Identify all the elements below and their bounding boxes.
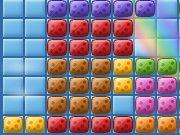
pink-gummy-block <box>135 77 155 94</box>
brown-gummy-block <box>91 77 111 94</box>
brown-gummy-block <box>47 96 67 113</box>
board-cell-r5c6[interactable] <box>134 95 156 114</box>
brown-gummy-block <box>47 77 67 94</box>
purple-gummy-block <box>135 0 155 17</box>
board-cell-r4c2[interactable] <box>46 76 68 95</box>
board-cell-r2c5[interactable] <box>112 38 134 57</box>
purple-gummy-block <box>91 0 111 17</box>
yellow-gummy-block <box>3 116 23 133</box>
board-cell-r2c0[interactable] <box>2 38 24 57</box>
board-cell-r6c8[interactable] <box>178 115 180 134</box>
red-gummy-block <box>91 116 111 133</box>
board-cell-r1c5[interactable] <box>112 18 134 37</box>
board-cell-r3c6[interactable] <box>134 57 156 76</box>
green-gummy-block <box>157 58 177 75</box>
board-cell-r6c1[interactable] <box>24 115 46 134</box>
board-cell-r6c6[interactable] <box>134 115 156 134</box>
board-cell-r3c4[interactable] <box>90 57 112 76</box>
board-cell-r0c6[interactable] <box>134 0 156 18</box>
red-gummy-block <box>113 19 133 36</box>
board-cell-r4c5[interactable] <box>112 76 134 95</box>
game-screen <box>0 0 180 135</box>
pink-gummy-block <box>157 77 177 94</box>
board-cell-r5c4[interactable] <box>90 95 112 114</box>
board-cell-r3c2[interactable] <box>46 57 68 76</box>
purple-gummy-block <box>69 0 89 17</box>
board-cell-r0c1[interactable] <box>24 0 46 18</box>
red-gummy-block <box>69 19 89 36</box>
board-cell-r1c3[interactable] <box>68 18 90 37</box>
purple-gummy-block <box>47 0 67 17</box>
board-cell-r2c1[interactable] <box>24 38 46 57</box>
board-cell-r6c7[interactable] <box>156 115 178 134</box>
brown-gummy-block <box>91 58 111 75</box>
board-cell-r3c5[interactable] <box>112 57 134 76</box>
board-cell-r5c2[interactable] <box>46 95 68 114</box>
orange-gummy-block <box>135 116 155 133</box>
board-cell-r6c2[interactable] <box>46 115 68 134</box>
brown-gummy-block <box>91 96 111 113</box>
pink-gummy-block <box>157 96 177 113</box>
green-gummy-block <box>179 58 180 75</box>
green-gummy-block <box>179 96 180 113</box>
purple-gummy-block <box>113 0 133 17</box>
red-gummy-block <box>69 39 89 56</box>
yellow-gummy-block <box>113 58 133 75</box>
board-cell-r0c5[interactable] <box>112 0 134 18</box>
board-cell-r1c1[interactable] <box>24 18 46 37</box>
board-cell-r5c3[interactable] <box>68 95 90 114</box>
pink-gummy-block <box>135 96 155 113</box>
board-cell-r4c7[interactable] <box>156 76 178 95</box>
board-cell-r0c4[interactable] <box>90 0 112 18</box>
cloud-decoration <box>0 86 44 102</box>
board-cell-r0c3[interactable] <box>68 0 90 18</box>
board-cell-r6c4[interactable] <box>90 115 112 134</box>
red-gummy-block <box>47 39 67 56</box>
brown-gummy-block <box>69 77 89 94</box>
red-gummy-block <box>113 116 133 133</box>
red-gummy-block <box>47 19 67 36</box>
red-gummy-block <box>113 39 133 56</box>
board-cell-r1c2[interactable] <box>46 18 68 37</box>
board-cell-r4c8[interactable] <box>178 76 180 95</box>
board-cell-r0c0[interactable] <box>2 0 24 18</box>
red-gummy-block <box>91 39 111 56</box>
board-cell-r4c3[interactable] <box>68 76 90 95</box>
board-cell-r6c0[interactable] <box>2 115 24 134</box>
green-gummy-block <box>135 58 155 75</box>
brown-gummy-block <box>69 58 89 75</box>
red-gummy-block <box>47 116 67 133</box>
board-cell-r5c8[interactable] <box>178 95 180 114</box>
board-cell-r5c5[interactable] <box>112 95 134 114</box>
board-cell-r2c3[interactable] <box>68 38 90 57</box>
yellow-gummy-block <box>113 77 133 94</box>
board-cell-r4c6[interactable] <box>134 76 156 95</box>
board-cell-r2c2[interactable] <box>46 38 68 57</box>
orange-gummy-block <box>179 116 180 133</box>
brown-gummy-block <box>69 96 89 113</box>
board-cell-r1c4[interactable] <box>90 18 112 37</box>
green-gummy-block <box>179 77 180 94</box>
board-cell-r0c2[interactable] <box>46 0 68 18</box>
board-cell-r4c4[interactable] <box>90 76 112 95</box>
board-cell-r3c3[interactable] <box>68 57 90 76</box>
brown-gummy-block <box>47 58 67 75</box>
board-cell-r3c7[interactable] <box>156 57 178 76</box>
board-cell-r2c4[interactable] <box>90 38 112 57</box>
board-cell-r0c8[interactable] <box>178 0 180 18</box>
green-gummy-block <box>179 0 180 17</box>
board-cell-r6c5[interactable] <box>112 115 134 134</box>
orange-gummy-block <box>157 116 177 133</box>
red-gummy-block <box>91 19 111 36</box>
board-cell-r5c7[interactable] <box>156 95 178 114</box>
red-gummy-block <box>69 116 89 133</box>
yellow-gummy-block <box>25 116 45 133</box>
board-cell-r1c0[interactable] <box>2 18 24 37</box>
board-cell-r6c3[interactable] <box>68 115 90 134</box>
